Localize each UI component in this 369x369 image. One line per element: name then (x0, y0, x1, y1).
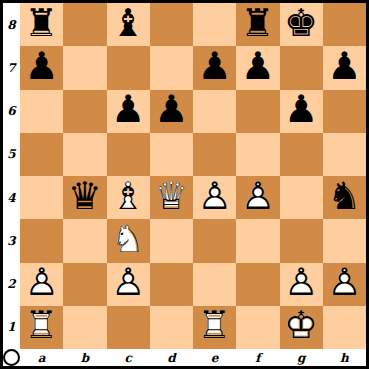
square-f2[interactable] (236, 263, 279, 306)
black-rook: ♜ (20, 3, 63, 46)
black-pawn: ♟ (150, 90, 193, 133)
square-h8[interactable] (323, 3, 366, 46)
board-inner: 87654321 ♜♝♜♚♟♟♟♟♟♟♟♛♝♗♛♕♟♙♟♙♞♞♘♟♙♟♙♟♙♟♙… (3, 3, 366, 366)
square-h7[interactable]: ♟ (323, 46, 366, 89)
file-label-d: d (150, 349, 193, 366)
board-corner (3, 349, 20, 366)
square-f8[interactable]: ♜ (236, 3, 279, 46)
square-a3[interactable] (20, 219, 63, 262)
square-c7[interactable] (107, 46, 150, 89)
white-pawn: ♟♙ (236, 176, 279, 219)
chess-board-diagram: 87654321 ♜♝♜♚♟♟♟♟♟♟♟♛♝♗♛♕♟♙♟♙♞♞♘♟♙♟♙♟♙♟♙… (0, 0, 369, 369)
square-d3[interactable] (150, 219, 193, 262)
square-d4[interactable]: ♛♕ (150, 176, 193, 219)
square-b7[interactable] (63, 46, 106, 89)
black-pawn: ♟ (236, 46, 279, 89)
file-label-h: h (323, 349, 366, 366)
square-g3[interactable] (280, 219, 323, 262)
square-d2[interactable] (150, 263, 193, 306)
square-c4[interactable]: ♝♗ (107, 176, 150, 219)
square-a5[interactable] (20, 133, 63, 176)
black-knight: ♞ (323, 176, 366, 219)
rank-label-8: 8 (3, 3, 20, 46)
rank-label-4: 4 (3, 176, 20, 219)
rank-label-1: 1 (3, 306, 20, 349)
square-g1[interactable]: ♚♔ (280, 306, 323, 349)
square-c8[interactable]: ♝ (107, 3, 150, 46)
square-e8[interactable] (193, 3, 236, 46)
square-e4[interactable]: ♟♙ (193, 176, 236, 219)
white-pawn: ♟♙ (280, 263, 323, 306)
square-b5[interactable] (63, 133, 106, 176)
square-g8[interactable]: ♚ (280, 3, 323, 46)
white-pawn: ♟♙ (20, 263, 63, 306)
black-pawn: ♟ (280, 90, 323, 133)
white-bishop: ♝♗ (107, 176, 150, 219)
square-a8[interactable]: ♜ (20, 3, 63, 46)
black-pawn: ♟ (20, 46, 63, 89)
black-bishop: ♝ (107, 3, 150, 46)
white-king: ♚♔ (280, 306, 323, 349)
square-h5[interactable] (323, 133, 366, 176)
black-king: ♚ (280, 3, 323, 46)
square-b2[interactable] (63, 263, 106, 306)
square-c1[interactable] (107, 306, 150, 349)
white-pawn: ♟♙ (107, 263, 150, 306)
white-knight: ♞♘ (107, 219, 150, 262)
black-pawn: ♟ (323, 46, 366, 89)
file-labels: abcdefgh (20, 349, 366, 366)
square-a4[interactable] (20, 176, 63, 219)
square-b1[interactable] (63, 306, 106, 349)
square-f1[interactable] (236, 306, 279, 349)
black-queen: ♛ (63, 176, 106, 219)
rank-label-5: 5 (3, 133, 20, 176)
square-c6[interactable]: ♟ (107, 90, 150, 133)
square-a1[interactable]: ♜♖ (20, 306, 63, 349)
white-rook: ♜♖ (193, 306, 236, 349)
square-c2[interactable]: ♟♙ (107, 263, 150, 306)
file-label-a: a (20, 349, 63, 366)
square-a2[interactable]: ♟♙ (20, 263, 63, 306)
square-f5[interactable] (236, 133, 279, 176)
white-pawn: ♟♙ (193, 176, 236, 219)
white-to-move-indicator (3, 349, 20, 366)
file-label-e: e (193, 349, 236, 366)
square-a7[interactable]: ♟ (20, 46, 63, 89)
square-f3[interactable] (236, 219, 279, 262)
square-c3[interactable]: ♞♘ (107, 219, 150, 262)
square-e5[interactable] (193, 133, 236, 176)
square-h6[interactable] (323, 90, 366, 133)
black-pawn: ♟ (193, 46, 236, 89)
square-h1[interactable] (323, 306, 366, 349)
chess-board: ♜♝♜♚♟♟♟♟♟♟♟♛♝♗♛♕♟♙♟♙♞♞♘♟♙♟♙♟♙♟♙♜♖♜♖♚♔ (20, 3, 366, 349)
square-g6[interactable]: ♟ (280, 90, 323, 133)
square-b8[interactable] (63, 3, 106, 46)
square-b6[interactable] (63, 90, 106, 133)
square-e3[interactable] (193, 219, 236, 262)
square-f7[interactable]: ♟ (236, 46, 279, 89)
square-d6[interactable]: ♟ (150, 90, 193, 133)
square-a6[interactable] (20, 90, 63, 133)
square-g7[interactable] (280, 46, 323, 89)
rank-label-7: 7 (3, 46, 20, 89)
rank-label-2: 2 (3, 263, 20, 306)
white-queen: ♛♕ (150, 176, 193, 219)
rank-labels: 87654321 (3, 3, 20, 349)
square-g2[interactable]: ♟♙ (280, 263, 323, 306)
square-f4[interactable]: ♟♙ (236, 176, 279, 219)
black-rook: ♜ (236, 3, 279, 46)
file-label-g: g (280, 349, 323, 366)
file-label-f: f (236, 349, 279, 366)
square-h4[interactable]: ♞ (323, 176, 366, 219)
square-h3[interactable] (323, 219, 366, 262)
square-b4[interactable]: ♛ (63, 176, 106, 219)
square-e6[interactable] (193, 90, 236, 133)
file-label-b: b (63, 349, 106, 366)
white-pawn: ♟♙ (323, 263, 366, 306)
square-c5[interactable] (107, 133, 150, 176)
square-g5[interactable] (280, 133, 323, 176)
white-rook: ♜♖ (20, 306, 63, 349)
square-b3[interactable] (63, 219, 106, 262)
square-e1[interactable]: ♜♖ (193, 306, 236, 349)
square-d8[interactable] (150, 3, 193, 46)
square-d5[interactable] (150, 133, 193, 176)
rank-label-3: 3 (3, 219, 20, 262)
black-pawn: ♟ (107, 90, 150, 133)
rank-label-6: 6 (3, 90, 20, 133)
square-f6[interactable] (236, 90, 279, 133)
square-h2[interactable]: ♟♙ (323, 263, 366, 306)
square-d7[interactable] (150, 46, 193, 89)
square-e2[interactable] (193, 263, 236, 306)
square-d1[interactable] (150, 306, 193, 349)
square-e7[interactable]: ♟ (193, 46, 236, 89)
square-g4[interactable] (280, 176, 323, 219)
file-label-c: c (107, 349, 150, 366)
